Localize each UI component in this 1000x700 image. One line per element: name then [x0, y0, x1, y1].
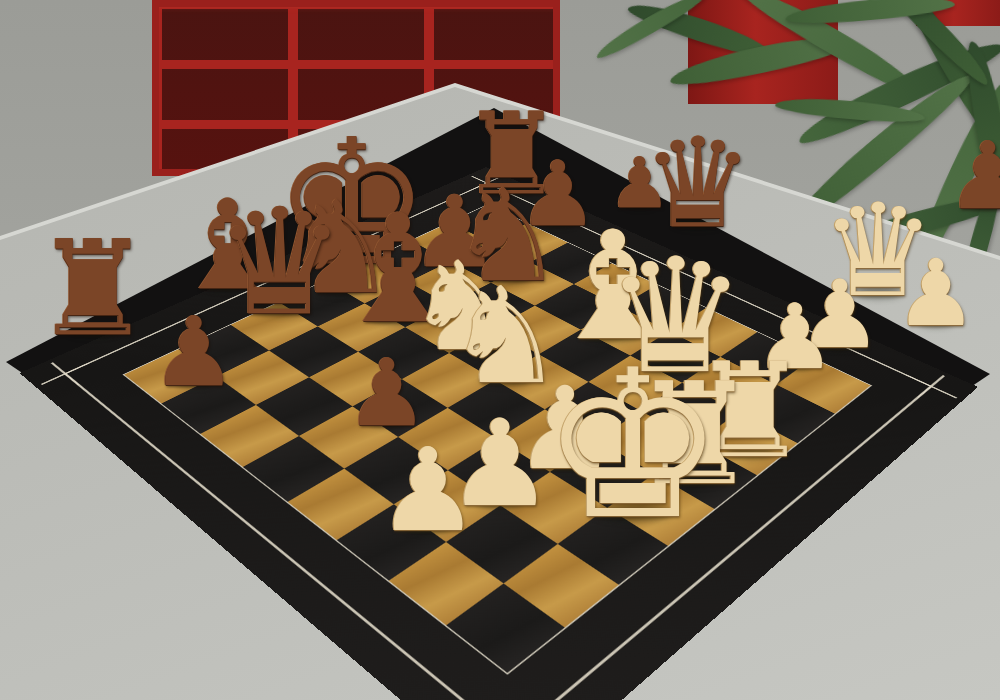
- piece-white-king-d1[interactable]: ♚: [541, 343, 725, 548]
- piece-white-pawn-a2[interactable]: ♟: [376, 433, 479, 548]
- piece-brown-pawn-a6[interactable]: ♟: [151, 304, 237, 400]
- captured-white-pawn-5[interactable]: ♟: [895, 248, 977, 340]
- photo-stage: ♜♟♝♛♚♞♝♞♜♟♟♟♟♟♟♚♜♜♛♝♞♞♟♟♛♟♛♟♟: [0, 0, 1000, 700]
- piece-brown-rook-a8[interactable]: ♜: [34, 222, 152, 354]
- captured-brown-pawn-2[interactable]: ♟: [946, 130, 1000, 223]
